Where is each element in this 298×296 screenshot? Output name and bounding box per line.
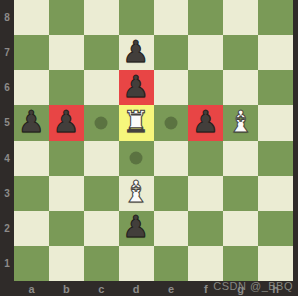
square-g6[interactable] — [223, 70, 258, 105]
file-labels: abcdefgh — [14, 281, 293, 296]
legal-move-dot[interactable] — [95, 116, 108, 129]
square-e2[interactable] — [154, 211, 189, 246]
rank-label-4: 4 — [0, 141, 14, 176]
square-a5[interactable]: ♟ — [14, 105, 49, 140]
square-a1[interactable] — [14, 246, 49, 281]
legal-move-dot[interactable] — [164, 116, 177, 129]
square-f2[interactable] — [188, 211, 223, 246]
square-b5[interactable]: ♟ — [49, 105, 84, 140]
square-h8[interactable] — [258, 0, 293, 35]
square-e4[interactable] — [154, 141, 189, 176]
square-b6[interactable] — [49, 70, 84, 105]
square-b3[interactable] — [49, 176, 84, 211]
rank-labels: 87654321 — [0, 0, 14, 281]
square-e3[interactable] — [154, 176, 189, 211]
white-bishop[interactable]: ♝ — [227, 107, 254, 137]
square-c4[interactable] — [84, 141, 119, 176]
rank-label-8: 8 — [0, 0, 14, 35]
square-d1[interactable] — [119, 246, 154, 281]
square-g7[interactable] — [223, 35, 258, 70]
square-e7[interactable] — [154, 35, 189, 70]
black-pawn[interactable]: ♟ — [123, 37, 150, 67]
black-pawn[interactable]: ♟ — [123, 212, 150, 242]
file-label-f: f — [188, 281, 223, 296]
square-a3[interactable] — [14, 176, 49, 211]
square-d2[interactable]: ♟ — [119, 211, 154, 246]
legal-move-dot[interactable] — [130, 152, 143, 165]
square-h1[interactable] — [258, 246, 293, 281]
file-label-c: c — [84, 281, 119, 296]
file-label-a: a — [14, 281, 49, 296]
square-a7[interactable] — [14, 35, 49, 70]
black-pawn[interactable]: ♟ — [192, 107, 219, 137]
square-g2[interactable] — [223, 211, 258, 246]
square-d7[interactable]: ♟ — [119, 35, 154, 70]
square-g1[interactable] — [223, 246, 258, 281]
square-h6[interactable] — [258, 70, 293, 105]
file-label-d: d — [119, 281, 154, 296]
square-c3[interactable] — [84, 176, 119, 211]
square-d6[interactable]: ♟ — [119, 70, 154, 105]
rank-label-2: 2 — [0, 211, 14, 246]
square-g8[interactable] — [223, 0, 258, 35]
square-f5[interactable]: ♟ — [188, 105, 223, 140]
rank-label-1: 1 — [0, 246, 14, 281]
square-f1[interactable] — [188, 246, 223, 281]
file-label-e: e — [154, 281, 189, 296]
square-c8[interactable] — [84, 0, 119, 35]
square-f4[interactable] — [188, 141, 223, 176]
square-f7[interactable] — [188, 35, 223, 70]
square-h4[interactable] — [258, 141, 293, 176]
square-f3[interactable] — [188, 176, 223, 211]
square-b8[interactable] — [49, 0, 84, 35]
white-rook[interactable]: ♜ — [123, 107, 150, 137]
square-f8[interactable] — [188, 0, 223, 35]
square-c7[interactable] — [84, 35, 119, 70]
square-b2[interactable] — [49, 211, 84, 246]
file-label-b: b — [49, 281, 84, 296]
rank-label-3: 3 — [0, 176, 14, 211]
square-h5[interactable] — [258, 105, 293, 140]
square-d5[interactable]: ♜ — [119, 105, 154, 140]
file-label-h: h — [258, 281, 293, 296]
file-label-g: g — [223, 281, 258, 296]
square-b1[interactable] — [49, 246, 84, 281]
square-b4[interactable] — [49, 141, 84, 176]
black-pawn[interactable]: ♟ — [123, 72, 150, 102]
white-bishop[interactable]: ♝ — [123, 177, 150, 207]
square-h2[interactable] — [258, 211, 293, 246]
square-g3[interactable] — [223, 176, 258, 211]
square-a8[interactable] — [14, 0, 49, 35]
square-c6[interactable] — [84, 70, 119, 105]
square-c2[interactable] — [84, 211, 119, 246]
square-c1[interactable] — [84, 246, 119, 281]
square-h7[interactable] — [258, 35, 293, 70]
square-e6[interactable] — [154, 70, 189, 105]
square-a4[interactable] — [14, 141, 49, 176]
square-c5[interactable] — [84, 105, 119, 140]
square-e8[interactable] — [154, 0, 189, 35]
rank-label-6: 6 — [0, 70, 14, 105]
square-e5[interactable] — [154, 105, 189, 140]
chess-board: ♟♟♟♟♜♟♝♝♟ — [14, 0, 293, 281]
square-b7[interactable] — [49, 35, 84, 70]
chess-app-window: 87654321 ♟♟♟♟♜♟♝♝♟ abcdefgh CSDN @_BBQ — [0, 0, 298, 296]
square-a6[interactable] — [14, 70, 49, 105]
square-a2[interactable] — [14, 211, 49, 246]
square-f6[interactable] — [188, 70, 223, 105]
square-e1[interactable] — [154, 246, 189, 281]
black-pawn[interactable]: ♟ — [18, 107, 45, 137]
black-pawn[interactable]: ♟ — [53, 107, 80, 137]
rank-label-7: 7 — [0, 35, 14, 70]
square-d3[interactable]: ♝ — [119, 176, 154, 211]
rank-label-5: 5 — [0, 105, 14, 140]
square-d8[interactable] — [119, 0, 154, 35]
square-g5[interactable]: ♝ — [223, 105, 258, 140]
square-g4[interactable] — [223, 141, 258, 176]
square-h3[interactable] — [258, 176, 293, 211]
square-d4[interactable] — [119, 141, 154, 176]
